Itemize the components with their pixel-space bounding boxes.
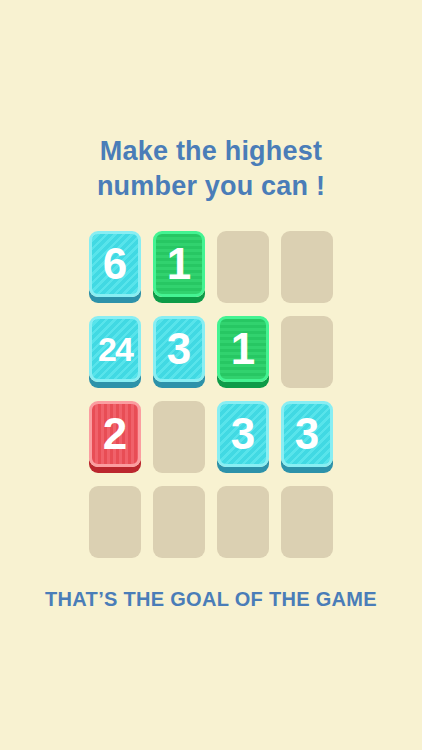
card-3-r3c3[interactable]: 3 — [217, 401, 269, 467]
card-value: 3 — [167, 327, 191, 371]
empty-slot-r3c2 — [153, 401, 205, 473]
footer-caption: THAT’S THE GOAL OF THE GAME — [45, 588, 377, 611]
title-line-1: Make the highest — [97, 134, 325, 169]
empty-slot-r4c2 — [153, 486, 205, 558]
card-value: 1 — [231, 327, 255, 371]
card-6-r1c1[interactable]: 6 — [89, 231, 141, 297]
game-board[interactable]: 612431233 — [89, 231, 333, 558]
tutorial-screen: Make the highest number you can ! 612431… — [0, 0, 422, 750]
empty-slot-r1c3 — [217, 231, 269, 303]
empty-slot-r2c4 — [281, 316, 333, 388]
card-24-r2c1[interactable]: 24 — [89, 316, 141, 382]
card-value: 2 — [103, 412, 127, 456]
card-value: 6 — [103, 242, 127, 286]
empty-slot-r1c4 — [281, 231, 333, 303]
page-title: Make the highest number you can ! — [97, 134, 325, 204]
card-value: 3 — [295, 412, 319, 456]
card-1-r1c2[interactable]: 1 — [153, 231, 205, 297]
empty-slot-r4c3 — [217, 486, 269, 558]
card-2-r3c1[interactable]: 2 — [89, 401, 141, 467]
card-3-r2c2[interactable]: 3 — [153, 316, 205, 382]
card-3-r3c4[interactable]: 3 — [281, 401, 333, 467]
empty-slot-r4c1 — [89, 486, 141, 558]
title-line-2: number you can ! — [97, 169, 325, 204]
card-1-r2c3[interactable]: 1 — [217, 316, 269, 382]
card-value: 24 — [98, 332, 132, 366]
card-value: 3 — [231, 412, 255, 456]
empty-slot-r4c4 — [281, 486, 333, 558]
card-value: 1 — [167, 242, 191, 286]
